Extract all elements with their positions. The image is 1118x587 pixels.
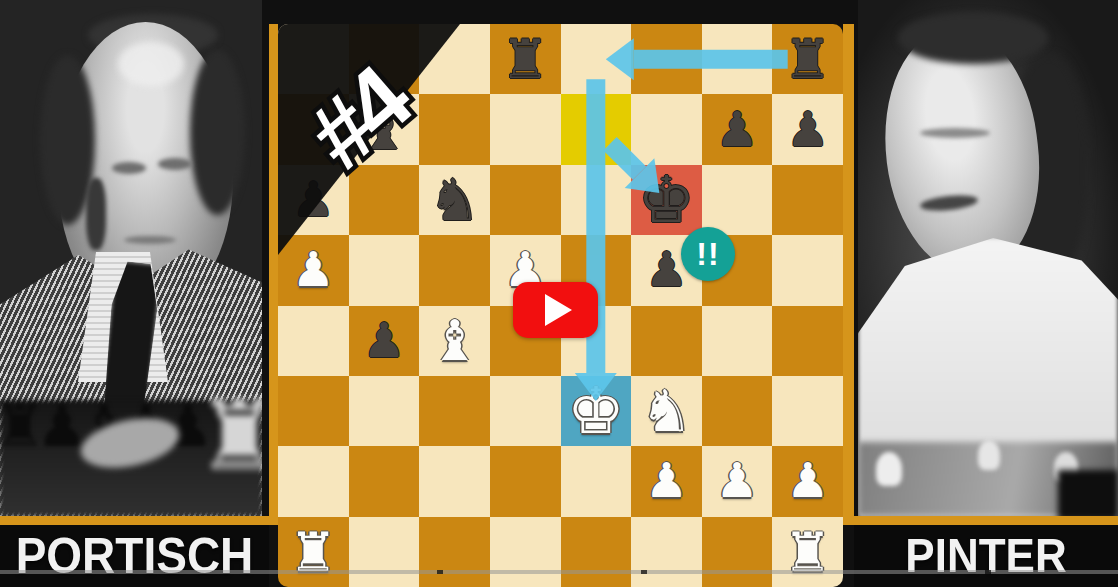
left-player-photo: ♜♟♝♟♟ ♜ — [0, 0, 262, 516]
youtube-play-button[interactable] — [513, 282, 598, 338]
right-name-bar: PINTER — [854, 525, 1118, 587]
left-player-name: PORTISCH — [16, 527, 254, 585]
brilliant-move-badge: !! — [681, 227, 735, 281]
thumbnail-canvas: ♜♟♝♟♟ ♜ PORTISCH PINTER ♜♜♝♟♟♟♞♚♟♟♟♟♝♚♞♟… — [0, 0, 1118, 587]
photo-detail — [190, 50, 245, 215]
board-frame-right — [843, 24, 854, 525]
photo-detail — [898, 12, 1048, 64]
photo-detail — [86, 178, 106, 250]
right-player-photo — [858, 0, 1118, 516]
photo-detail — [112, 162, 146, 174]
photo-detail — [1058, 470, 1118, 516]
photo-detail — [876, 452, 902, 486]
chapter-marker — [641, 570, 647, 574]
photo-detail — [124, 236, 176, 244]
photo-frame-bottom-right — [843, 516, 1118, 525]
photo-detail — [118, 42, 184, 86]
photo-detail — [978, 440, 1000, 470]
chapter-marker — [437, 570, 443, 574]
arrow-e7-f6 — [610, 144, 640, 173]
arrowhead-e8-e3 — [575, 373, 617, 401]
photo-detail: ♜ — [196, 380, 262, 492]
left-name-bar: PORTISCH — [0, 525, 269, 587]
chapter-marker — [985, 570, 991, 574]
arrowhead-h8-e8 — [606, 38, 634, 80]
photo-detail — [158, 158, 192, 170]
right-player-name: PINTER — [905, 529, 1066, 583]
play-icon — [545, 294, 572, 326]
video-progress-bar[interactable] — [0, 570, 1118, 574]
photo-frame-bottom-left — [0, 516, 278, 525]
board-frame-left — [269, 24, 278, 525]
photo-detail — [920, 128, 990, 138]
